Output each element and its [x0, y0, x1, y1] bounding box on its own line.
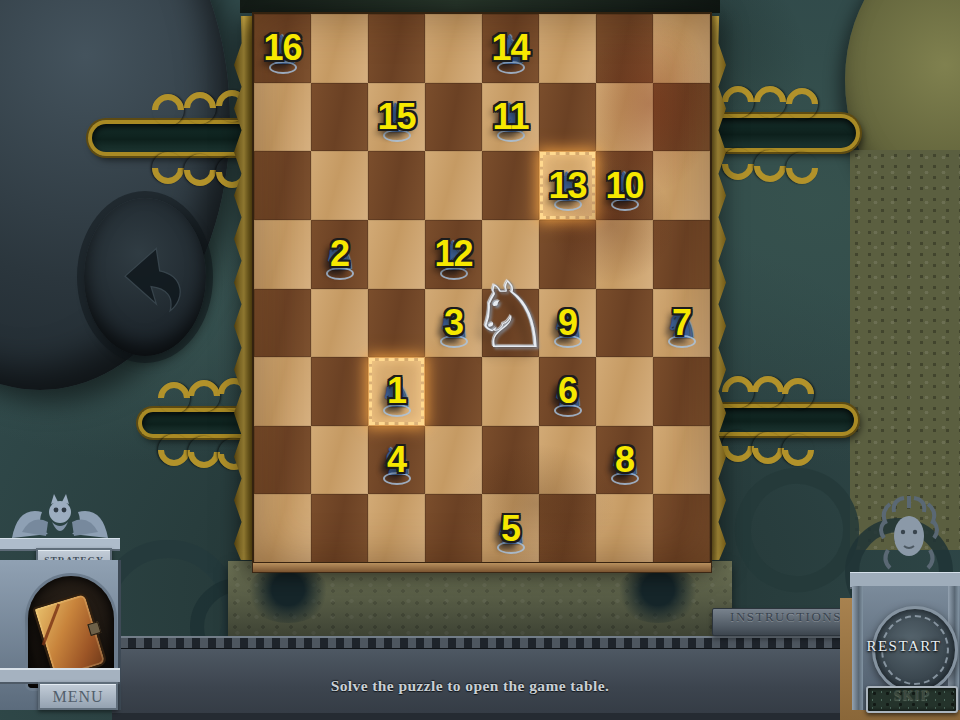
board-cell-r7c5[interactable] [482, 426, 539, 495]
board-cell-r7c8[interactable] [653, 426, 710, 495]
back-arrow-icon [106, 234, 184, 320]
piece-coil-base [383, 404, 411, 417]
board-cell-r5c8[interactable]: ♞7 [653, 289, 710, 358]
hint-caption: Solve the puzzle to open the game table. [132, 677, 808, 695]
board-cell-r6c4[interactable] [425, 357, 482, 426]
board-cell-r6c3[interactable]: ♞1 [368, 357, 425, 426]
board-cell-r4c2[interactable]: ♞2 [311, 220, 368, 289]
board-cell-r5c1[interactable] [254, 289, 311, 358]
board-cell-r8c5[interactable]: ♞5 [482, 494, 539, 563]
board-cell-r8c3[interactable] [368, 494, 425, 563]
piece-coil-base [440, 335, 468, 348]
board-cell-r3c4[interactable] [425, 151, 482, 220]
board-cell-r2c6[interactable] [539, 83, 596, 152]
board-cell-r3c6[interactable]: ♞13 [539, 151, 596, 220]
piece-coil-base [440, 267, 468, 280]
board-cell-r1c7[interactable] [596, 14, 653, 83]
board-cell-r7c7[interactable]: ♞8 [596, 426, 653, 495]
board-cell-r1c8[interactable] [653, 14, 710, 83]
piece-coil-base [383, 472, 411, 485]
board-cell-r3c5[interactable] [482, 151, 539, 220]
board-cell-r4c8[interactable] [653, 220, 710, 289]
board-cell-r1c3[interactable] [368, 14, 425, 83]
piece-coil-base [554, 404, 582, 417]
instructions-button[interactable]: INSTRUCTIONS [712, 608, 860, 636]
claw-shadow-decoration [246, 565, 330, 623]
board-cell-r6c6[interactable]: ♞6 [539, 357, 596, 426]
board-cell-r2c4[interactable] [425, 83, 482, 152]
board-cell-r3c3[interactable] [368, 151, 425, 220]
piece-coil-base [383, 129, 411, 142]
board-cell-r8c8[interactable] [653, 494, 710, 563]
board-cell-r4c3[interactable] [368, 220, 425, 289]
dentil-edge-decoration [112, 636, 868, 649]
piece-coil-base [554, 335, 582, 348]
medusa-statue-icon [878, 494, 940, 574]
chessboard: ♞16♞14♞15♞11♞13♞10♞2♞12♞3♘♞9♞7♞1♞6♞4♞8♞5 [252, 12, 712, 565]
board-cell-r5c2[interactable] [311, 289, 368, 358]
board-cell-r2c2[interactable] [311, 83, 368, 152]
board-cell-r8c4[interactable] [425, 494, 482, 563]
bottom-bar-body: Solve the puzzle to open the game table. [112, 649, 868, 720]
board-cell-r1c5[interactable]: ♞14 [482, 14, 539, 83]
board-cell-r1c6[interactable] [539, 14, 596, 83]
board-cell-r2c1[interactable] [254, 83, 311, 152]
board-cell-r2c5[interactable]: ♞11 [482, 83, 539, 152]
piece-coil-base [326, 267, 354, 280]
board-cell-r4c7[interactable] [596, 220, 653, 289]
restart-button[interactable]: RESTART [848, 638, 960, 655]
board-cell-r1c4[interactable] [425, 14, 482, 83]
piece-coil-base [668, 335, 696, 348]
board-cell-r1c2[interactable] [311, 14, 368, 83]
board-cell-r7c4[interactable] [425, 426, 482, 495]
piece-coil-base [554, 198, 582, 211]
bottom-hud-bar: Solve the puzzle to open the game table. [112, 636, 868, 720]
board-cell-r7c3[interactable]: ♞4 [368, 426, 425, 495]
board-cell-r3c8[interactable] [653, 151, 710, 220]
board-cell-r5c7[interactable] [596, 289, 653, 358]
board-cell-r3c2[interactable] [311, 151, 368, 220]
board-cell-r3c1[interactable] [254, 151, 311, 220]
skip-button[interactable]: SKIP [866, 686, 958, 713]
board-cell-r2c7[interactable] [596, 83, 653, 152]
board-cell-r7c2[interactable] [311, 426, 368, 495]
board-cell-r7c1[interactable] [254, 426, 311, 495]
board-cell-r6c5[interactable] [482, 357, 539, 426]
left-hud-arch: STRATEGY GUIDE MENU [0, 490, 122, 720]
board-cell-r5c5[interactable]: ♘ [482, 289, 539, 358]
claw-shadow-decoration [616, 565, 700, 623]
back-button[interactable] [84, 198, 206, 356]
piece-coil-base [611, 198, 639, 211]
right-hud-arch: RESTART SKIP [840, 490, 960, 720]
owl-statue-icon [8, 492, 112, 542]
board-cell-r4c1[interactable] [254, 220, 311, 289]
board-cell-r1c1[interactable]: ♞16 [254, 14, 311, 83]
menu-button[interactable]: MENU [38, 682, 118, 710]
board-cell-r5c3[interactable] [368, 289, 425, 358]
board-cell-r6c8[interactable] [653, 357, 710, 426]
board-cell-r2c3[interactable]: ♞15 [368, 83, 425, 152]
game-screen: Solve the puzzle to open the game table.… [0, 0, 960, 720]
board-cell-r8c7[interactable] [596, 494, 653, 563]
gold-curl-ornament [779, 145, 824, 190]
board-cell-r8c2[interactable] [311, 494, 368, 563]
board-cell-r8c6[interactable] [539, 494, 596, 563]
white-knight-piece: ♘ [469, 277, 551, 355]
piece-coil-base [269, 61, 297, 74]
gold-band-right-upper [712, 114, 860, 152]
piece-coil-base [497, 541, 525, 554]
board-cell-r6c1[interactable] [254, 357, 311, 426]
piece-coil-base [497, 61, 525, 74]
piece-coil-base [611, 472, 639, 485]
board-cell-r3c7[interactable]: ♞10 [596, 151, 653, 220]
board-cell-r6c2[interactable] [311, 357, 368, 426]
piece-coil-base [497, 129, 525, 142]
board-cell-r6c7[interactable] [596, 357, 653, 426]
board-cell-r8c1[interactable] [254, 494, 311, 563]
board-cell-r7c6[interactable] [539, 426, 596, 495]
board-cell-r2c8[interactable] [653, 83, 710, 152]
bar-bottom-strip [112, 713, 868, 720]
